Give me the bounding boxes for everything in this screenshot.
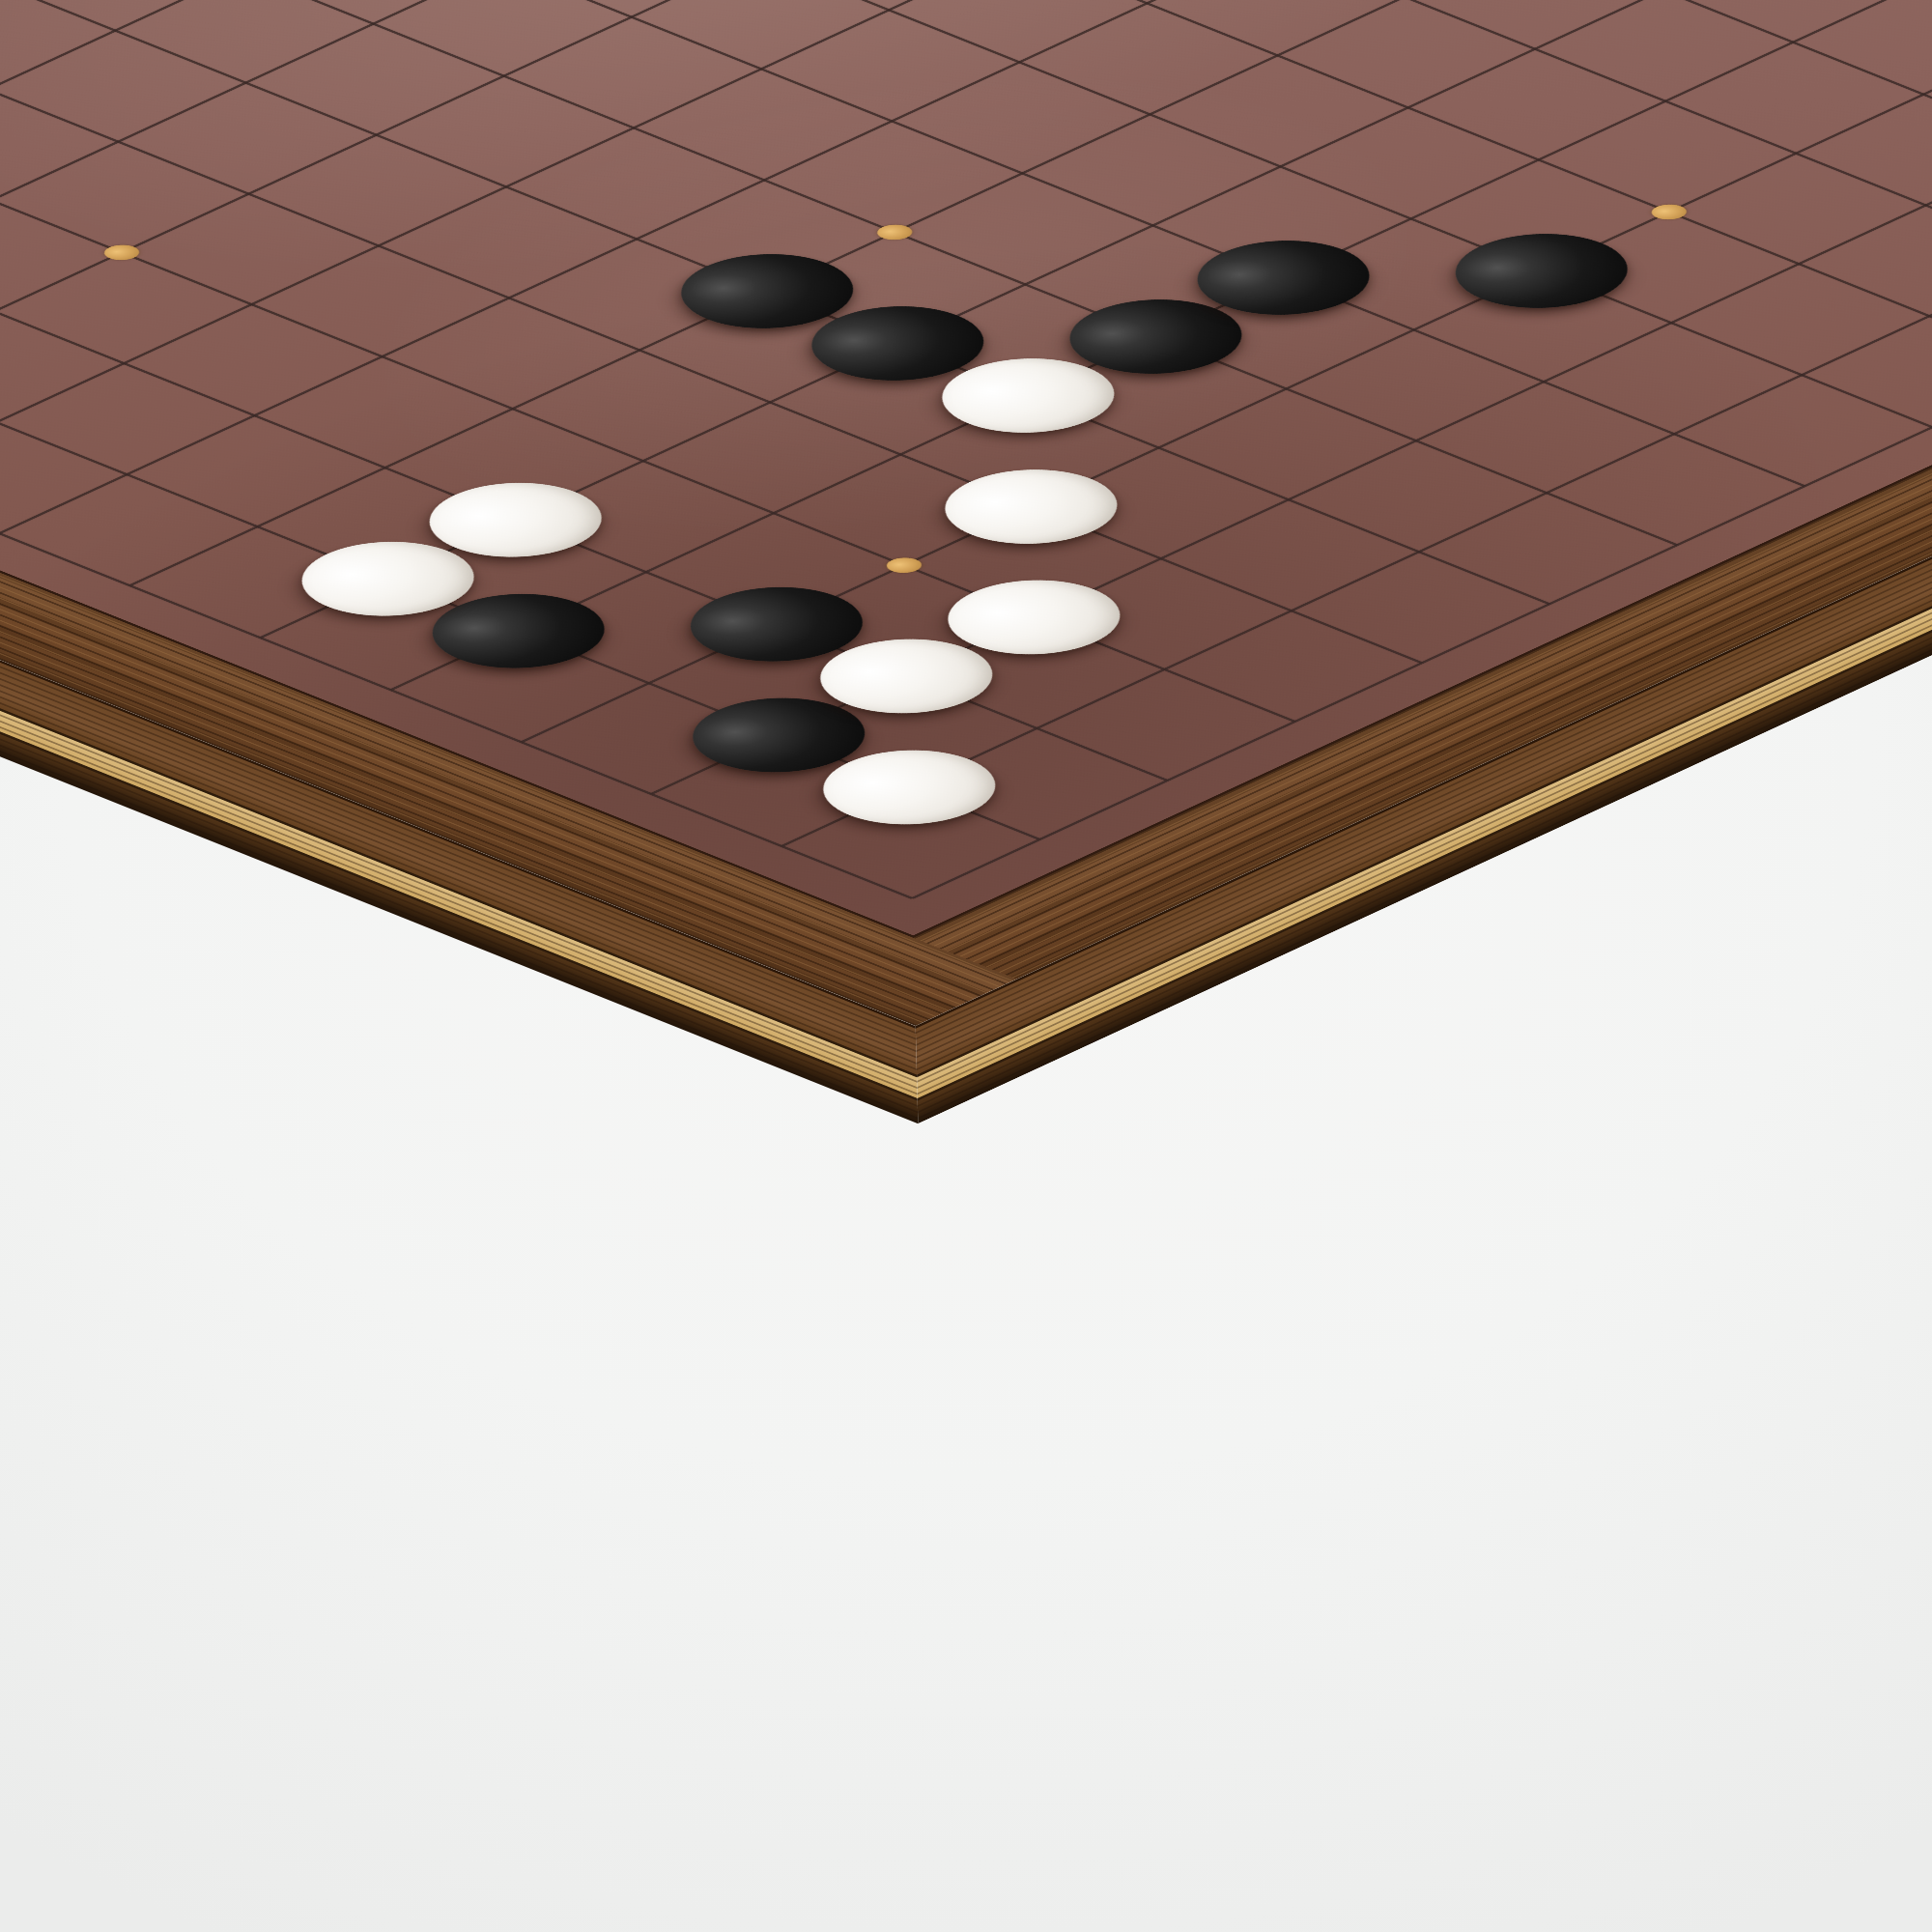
white-stone[interactable] — [909, 454, 1152, 558]
scene — [0, 0, 1932, 1932]
black-stone[interactable] — [1419, 218, 1662, 323]
photo-background — [0, 0, 1932, 1932]
go-board — [0, 0, 1932, 1026]
